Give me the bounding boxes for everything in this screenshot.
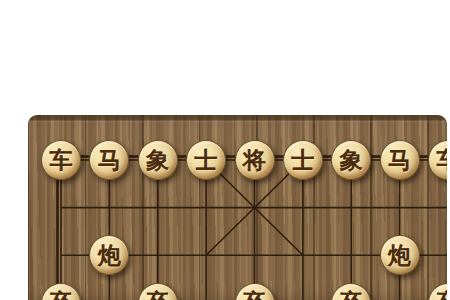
piece-glyph: 车 [437,149,448,172]
piece-advisor[interactable]: 士 [283,140,323,180]
piece-glyph: 象 [340,149,363,172]
piece-glyph: 炮 [98,244,121,267]
piece-glyph: 车 [50,149,73,172]
piece-glyph: 马 [388,149,411,172]
piece-general[interactable]: 将 [235,140,275,180]
piece-glyph: 象 [146,149,169,172]
piece-glyph: 卒 [340,291,363,300]
piece-glyph: 士 [291,149,314,172]
piece-glyph: 士 [195,149,218,172]
piece-glyph: 卒 [146,291,169,300]
board-grid [28,115,447,300]
piece-glyph: 卒 [50,291,73,300]
piece-elephant[interactable]: 象 [138,140,178,180]
piece-glyph: 马 [98,149,121,172]
piece-glyph: 卒 [437,291,448,300]
piece-glyph: 炮 [388,244,411,267]
piece-horse[interactable]: 马 [380,140,420,180]
piece-chariot[interactable]: 车 [41,140,81,180]
piece-glyph: 卒 [243,291,266,300]
board: 车马象士将士象马车炮炮卒卒卒卒卒 [28,115,447,300]
piece-glyph: 将 [243,149,266,172]
screenshot-stage: 车马象士将士象马车炮炮卒卒卒卒卒 [0,0,450,300]
piece-advisor[interactable]: 士 [186,140,226,180]
piece-cannon[interactable]: 炮 [380,235,420,275]
